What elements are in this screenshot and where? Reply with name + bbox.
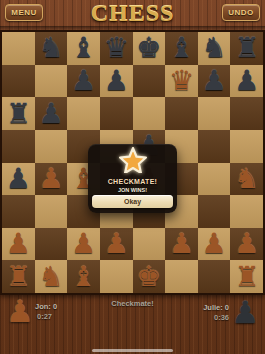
- piece-black-rook: ♜: [230, 32, 263, 65]
- square-e7[interactable]: [133, 65, 166, 98]
- piece-white-bishop: ♝: [67, 260, 100, 293]
- piece-white-pawn: ♟: [165, 228, 198, 261]
- square-b8[interactable]: ♞: [35, 32, 68, 65]
- piece-black-pawn: ♟: [35, 97, 68, 130]
- square-h1[interactable]: ♜: [230, 260, 263, 293]
- piece-white-pawn: ♟: [230, 228, 263, 261]
- top-bar: CHESS MENU UNDO: [0, 0, 265, 30]
- square-b7[interactable]: [35, 65, 68, 98]
- piece-black-knight: ♞: [35, 32, 68, 65]
- piece-white-pawn: ♟: [35, 163, 68, 196]
- black-pawn-icon: ♟: [231, 297, 259, 328]
- square-a5[interactable]: [2, 130, 35, 163]
- square-h7[interactable]: ♟: [230, 65, 263, 98]
- square-c8[interactable]: ♝: [67, 32, 100, 65]
- square-g5[interactable]: [198, 130, 231, 163]
- home-indicator[interactable]: [92, 349, 173, 352]
- piece-white-pawn: ♟: [2, 228, 35, 261]
- square-d6[interactable]: [100, 97, 133, 130]
- square-e8[interactable]: ♚: [133, 32, 166, 65]
- square-b2[interactable]: [35, 228, 68, 261]
- piece-black-queen: ♛: [100, 32, 133, 65]
- square-e2[interactable]: [133, 228, 166, 261]
- piece-white-pawn: ♟: [198, 228, 231, 261]
- square-a7[interactable]: [2, 65, 35, 98]
- square-a1[interactable]: ♜: [2, 260, 35, 293]
- square-d1[interactable]: [100, 260, 133, 293]
- square-e6[interactable]: [133, 97, 166, 130]
- square-e1[interactable]: ♚: [133, 260, 166, 293]
- square-g3[interactable]: [198, 195, 231, 228]
- piece-black-pawn: ♟: [67, 65, 100, 98]
- dialog-subtitle: JON WINS!: [88, 187, 177, 193]
- piece-black-rook: ♜: [2, 97, 35, 130]
- piece-black-king: ♚: [133, 32, 166, 65]
- square-b4[interactable]: ♟: [35, 163, 68, 196]
- square-h5[interactable]: [230, 130, 263, 163]
- square-f7[interactable]: ♛: [165, 65, 198, 98]
- square-c6[interactable]: [67, 97, 100, 130]
- square-g2[interactable]: ♟: [198, 228, 231, 261]
- piece-black-bishop: ♝: [67, 32, 100, 65]
- piece-black-pawn: ♟: [2, 163, 35, 196]
- square-a2[interactable]: ♟: [2, 228, 35, 261]
- piece-black-pawn: ♟: [100, 65, 133, 98]
- piece-black-bishop: ♝: [165, 32, 198, 65]
- square-g4[interactable]: [198, 163, 231, 196]
- square-g1[interactable]: [198, 260, 231, 293]
- piece-black-pawn: ♟: [230, 65, 263, 98]
- square-a6[interactable]: ♜: [2, 97, 35, 130]
- square-f1[interactable]: [165, 260, 198, 293]
- player-left-time: 0:27: [37, 312, 52, 321]
- square-d7[interactable]: ♟: [100, 65, 133, 98]
- square-b3[interactable]: [35, 195, 68, 228]
- square-b1[interactable]: ♞: [35, 260, 68, 293]
- piece-black-pawn: ♟: [198, 65, 231, 98]
- square-h4[interactable]: ♞: [230, 163, 263, 196]
- piece-white-pawn: ♟: [100, 228, 133, 261]
- square-f6[interactable]: [165, 97, 198, 130]
- square-a8[interactable]: [2, 32, 35, 65]
- square-c2[interactable]: ♟: [67, 228, 100, 261]
- square-g8[interactable]: ♞: [198, 32, 231, 65]
- piece-white-knight: ♞: [230, 163, 263, 196]
- square-h8[interactable]: ♜: [230, 32, 263, 65]
- square-h2[interactable]: ♟: [230, 228, 263, 261]
- okay-button[interactable]: Okay: [92, 195, 173, 208]
- square-a3[interactable]: [2, 195, 35, 228]
- dialog-title: CHECKMATE!: [88, 178, 177, 185]
- square-b5[interactable]: [35, 130, 68, 163]
- star-icon: [119, 147, 147, 173]
- piece-white-king: ♚: [133, 260, 166, 293]
- piece-white-rook: ♜: [2, 260, 35, 293]
- square-c1[interactable]: ♝: [67, 260, 100, 293]
- menu-button[interactable]: MENU: [5, 4, 43, 21]
- player-right-name: Julie: 0: [203, 303, 229, 312]
- status-bar: ♟ Jon: 0 0:27 Checkmate! Julie: 0 0:36 ♟: [0, 295, 265, 354]
- square-h3[interactable]: [230, 195, 263, 228]
- piece-white-rook: ♜: [230, 260, 263, 293]
- app-background: CHESS MENU UNDO ♞♝♛♚♝♞♜♟♟♛♟♟♜♟♟♟♟♝♟♞♟♟♟♟…: [0, 0, 265, 354]
- square-f8[interactable]: ♝: [165, 32, 198, 65]
- square-d2[interactable]: ♟: [100, 228, 133, 261]
- checkmate-dialog: CHECKMATE! JON WINS! Okay: [88, 144, 177, 213]
- square-f2[interactable]: ♟: [165, 228, 198, 261]
- undo-button[interactable]: UNDO: [222, 4, 260, 21]
- square-g6[interactable]: [198, 97, 231, 130]
- square-g7[interactable]: ♟: [198, 65, 231, 98]
- square-b6[interactable]: ♟: [35, 97, 68, 130]
- square-a4[interactable]: ♟: [2, 163, 35, 196]
- square-h6[interactable]: [230, 97, 263, 130]
- square-c7[interactable]: ♟: [67, 65, 100, 98]
- player-right-time: 0:36: [214, 313, 229, 322]
- piece-white-queen: ♛: [165, 65, 198, 98]
- piece-black-knight: ♞: [198, 32, 231, 65]
- square-d8[interactable]: ♛: [100, 32, 133, 65]
- piece-white-knight: ♞: [35, 260, 68, 293]
- piece-white-pawn: ♟: [67, 228, 100, 261]
